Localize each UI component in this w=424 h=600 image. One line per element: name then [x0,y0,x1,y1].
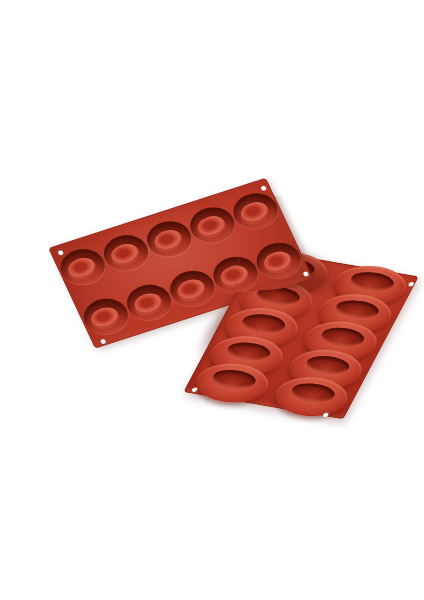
corner-hole [322,412,329,417]
ring-center-dip [332,297,382,320]
ring-center-dip [209,367,259,390]
corner-hole [191,387,198,392]
raised-center [174,276,208,302]
raised-center [88,304,122,330]
raised-center [108,241,142,267]
ring-center-dip [318,325,368,348]
raised-center [194,213,228,239]
raised-center [65,255,99,281]
ring-center-dip [347,270,397,293]
corner-hole [408,282,415,287]
ring-center-dip [239,312,289,335]
ring-center-dip [303,353,353,376]
product-photo [0,0,424,600]
raised-center [151,227,185,253]
raised-center [131,290,165,316]
raised-center [261,248,295,274]
ring-center-dip [288,381,338,404]
ring-center-dip [224,339,274,362]
